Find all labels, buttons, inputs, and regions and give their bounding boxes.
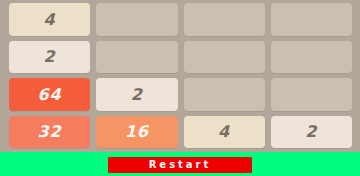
tile-2-r2c1: 2 [9, 41, 90, 74]
empty-cell-r3c3 [184, 78, 265, 111]
empty-cell-r1c4 [271, 3, 352, 36]
bottom-bar: Restart [0, 152, 360, 176]
empty-cell-r2c3 [184, 41, 265, 74]
tile-4-r4c3: 4 [184, 116, 265, 149]
restart-button[interactable]: Restart [108, 157, 252, 173]
empty-cell-r1c2 [96, 3, 177, 36]
tile-2-r4c4: 2 [271, 116, 352, 149]
empty-cell-r1c3 [184, 3, 265, 36]
tile-4-r1c1: 4 [9, 3, 90, 36]
empty-cell-r3c4 [271, 78, 352, 111]
empty-cell-r2c2 [96, 41, 177, 74]
tile-16-r4c2: 16 [96, 116, 177, 149]
tile-32-r4c1: 32 [9, 116, 90, 149]
tile-64-r3c1: 64 [9, 78, 90, 111]
tile-2-r3c2: 2 [96, 78, 177, 111]
empty-cell-r2c4 [271, 41, 352, 74]
board[interactable]: 42642321642 [0, 0, 360, 152]
